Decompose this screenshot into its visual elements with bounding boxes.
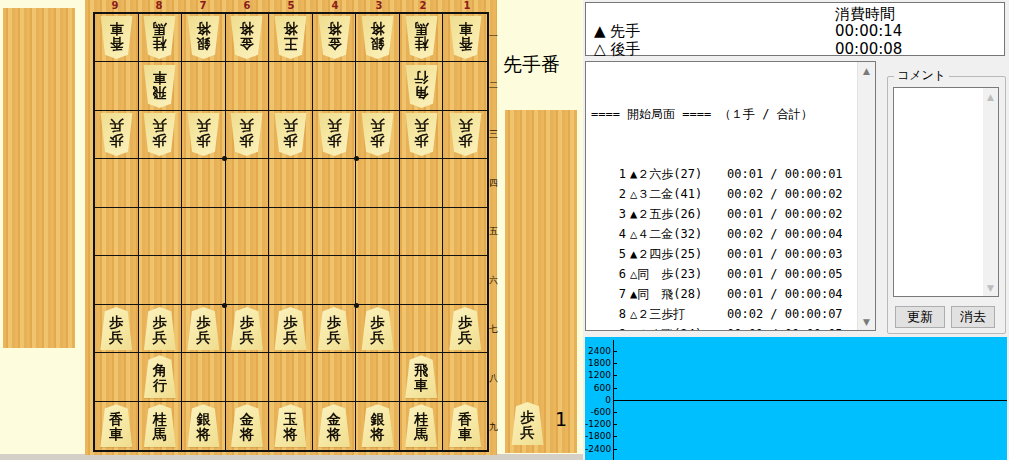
piece-sente-桂馬[interactable]: 桂馬	[141, 404, 178, 447]
comment-scrollbar[interactable]: ▲ ▼	[983, 88, 998, 296]
clear-button[interactable]: 消去	[951, 306, 995, 328]
piece-gote-歩兵[interactable]: 歩兵	[447, 113, 484, 156]
board-cell-5四[interactable]	[269, 159, 313, 207]
board-cell-7九[interactable]: 銀将	[182, 402, 226, 450]
gote-time-label: △ 後手	[594, 40, 640, 59]
piece-sente-歩兵[interactable]: 歩兵	[272, 307, 309, 350]
move-row-6[interactable]: 6△同 歩(23)00:01 / 00:00:05	[586, 264, 858, 284]
board-cell-6九[interactable]: 金将	[226, 402, 270, 450]
hoshi-dot	[354, 156, 359, 161]
piece-sente-歩兵[interactable]: 歩兵	[228, 307, 265, 350]
piece-gote-香車[interactable]: 香車	[447, 16, 484, 59]
board-cell-9四[interactable]	[95, 159, 139, 207]
board-cell-2八[interactable]: 飛車	[400, 353, 444, 401]
piece-sente-香車[interactable]: 香車	[98, 404, 135, 447]
piece-gote-金将[interactable]: 金将	[228, 16, 265, 59]
piece-sente-銀将[interactable]: 銀将	[359, 404, 396, 447]
board-cell-2九[interactable]: 桂馬	[400, 402, 444, 450]
piece-gote-桂馬[interactable]: 桂馬	[141, 16, 178, 59]
board-cell-2一[interactable]: 桂馬	[400, 14, 444, 62]
rank-label: 四	[489, 159, 498, 208]
graph-y-tick-label: -1200	[585, 419, 611, 429]
board-cell-8三[interactable]: 歩兵	[139, 111, 183, 159]
board-cell-5九[interactable]: 玉将	[269, 402, 313, 450]
board-cell-7八[interactable]	[182, 353, 226, 401]
graph-y-tick-label: 600	[585, 383, 611, 393]
board-cell-3八[interactable]	[356, 353, 400, 401]
move-row-3[interactable]: 3▲２五歩(26)00:01 / 00:00:02	[586, 204, 858, 224]
hoshi-dot	[222, 303, 227, 308]
board-cell-6七[interactable]: 歩兵	[226, 305, 270, 353]
scroll-up-icon[interactable]: ▲	[983, 88, 998, 105]
board-cell-3三[interactable]: 歩兵	[356, 111, 400, 159]
piece-sente-歩兵[interactable]: 歩兵	[316, 307, 353, 350]
piece-sente-歩兵[interactable]: 歩兵	[359, 307, 396, 350]
board-cell-4八[interactable]	[313, 353, 357, 401]
file-label: 2	[401, 0, 445, 12]
move-row-9[interactable]: 9▲２八飛(24)00:01 / 00:00:05	[586, 324, 858, 331]
gote-mark-icon: △	[594, 40, 606, 58]
graph-y-tick	[613, 400, 617, 401]
graph-y-tick-label: 1200	[585, 370, 611, 380]
shogi-app-window: 987654321 香車桂馬銀将金将王将金将銀将桂馬香車飛車角行歩兵歩兵歩兵歩兵…	[0, 0, 1009, 460]
board-cell-4二[interactable]	[313, 62, 357, 110]
file-label: 9	[93, 0, 137, 12]
board-cell-5二[interactable]	[269, 62, 313, 110]
board-cell-1七[interactable]: 歩兵	[443, 305, 487, 353]
board-cell-1五[interactable]	[443, 208, 487, 256]
piece-sente-香車[interactable]: 香車	[447, 404, 484, 447]
board-cell-6四[interactable]	[226, 159, 270, 207]
board-cell-3一[interactable]: 銀将	[356, 14, 400, 62]
board-cell-1九[interactable]: 香車	[443, 402, 487, 450]
hoshi-dot	[354, 303, 359, 308]
board-cell-1三[interactable]: 歩兵	[443, 111, 487, 159]
rank-label: 八	[489, 354, 498, 403]
comment-group-label: コメント	[894, 68, 949, 83]
shogi-board: 987654321 香車桂馬銀将金将王将金将銀将桂馬香車飛車角行歩兵歩兵歩兵歩兵…	[85, 0, 497, 455]
board-cell-1二[interactable]	[443, 62, 487, 110]
move-list-header: ==== 開始局面 ====（１手 / 合計）	[586, 104, 858, 124]
move-row-4[interactable]: 4△４二金(32)00:02 / 00:00:04	[586, 224, 858, 244]
board-cell-4六[interactable]	[313, 256, 357, 304]
board-cell-4五[interactable]	[313, 208, 357, 256]
board-cell-4三[interactable]: 歩兵	[313, 111, 357, 159]
file-labels: 987654321	[93, 0, 489, 12]
board-cell-9九[interactable]: 香車	[95, 402, 139, 450]
board-cell-9三[interactable]: 歩兵	[95, 111, 139, 159]
board-cell-1四[interactable]	[443, 159, 487, 207]
board-cell-3七[interactable]: 歩兵	[356, 305, 400, 353]
board-cell-3五[interactable]	[356, 208, 400, 256]
board-cell-8五[interactable]	[139, 208, 183, 256]
graph-y-tick	[613, 388, 617, 389]
board-cell-2五[interactable]	[400, 208, 444, 256]
graph-y-tick	[613, 351, 617, 352]
piece-gote-歩兵[interactable]: 歩兵	[403, 113, 440, 156]
rank-label: 一	[489, 12, 498, 61]
sente-mark-icon: ▲	[594, 22, 606, 40]
info-panel: 消費時間 ▲ 先手 00:00:14 △ 後手 00:00:08 ==== 開始…	[583, 0, 1009, 460]
board-cell-9七[interactable]: 歩兵	[95, 305, 139, 353]
rank-label: 七	[489, 305, 498, 354]
board-cell-8二[interactable]: 飛車	[139, 62, 183, 110]
move-list[interactable]: ==== 開始局面 ====（１手 / 合計） 1▲２六歩(27)00:01 /…	[585, 61, 876, 331]
turn-indicator: 先手番	[503, 52, 560, 78]
scroll-down-icon[interactable]: ▼	[858, 313, 875, 330]
sente-time-value: 00:00:14	[835, 22, 902, 40]
file-label: 8	[137, 0, 181, 12]
graph-y-tick	[613, 363, 617, 364]
board-cell-1一[interactable]: 香車	[443, 14, 487, 62]
board-cell-2七[interactable]	[400, 305, 444, 353]
board-cell-9八[interactable]	[95, 353, 139, 401]
file-label: 4	[313, 0, 357, 12]
board-cell-5三[interactable]: 歩兵	[269, 111, 313, 159]
graph-y-tick	[613, 449, 617, 450]
sente-time-label: ▲ 先手	[594, 22, 640, 41]
move-row-7[interactable]: 7▲同 飛(28)00:01 / 00:00:04	[586, 284, 858, 304]
hand-piece-count: 1	[555, 408, 567, 430]
board-cell-1六[interactable]	[443, 256, 487, 304]
rank-label: 二	[489, 61, 498, 110]
scroll-up-icon[interactable]: ▲	[858, 62, 875, 79]
piece-sente-歩兵[interactable]: 歩兵	[141, 307, 178, 350]
sente-captured-tray: 歩兵 1	[505, 110, 577, 453]
board-cell-7二[interactable]	[182, 62, 226, 110]
piece-sente-飛車[interactable]: 飛車	[403, 355, 440, 398]
board-cell-3四[interactable]	[356, 159, 400, 207]
piece-gote-角行[interactable]: 角行	[403, 65, 440, 108]
file-label: 5	[269, 0, 313, 12]
piece-gote-銀将[interactable]: 銀将	[185, 16, 222, 59]
board-cell-7三[interactable]: 歩兵	[182, 111, 226, 159]
board-cell-2二[interactable]: 角行	[400, 62, 444, 110]
piece-gote-金将[interactable]: 金将	[316, 16, 353, 59]
file-label: 6	[225, 0, 269, 12]
board-cell-6三[interactable]: 歩兵	[226, 111, 270, 159]
board-cell-6六[interactable]	[226, 256, 270, 304]
graph-y-tick	[613, 424, 617, 425]
piece-sente-玉将[interactable]: 玉将	[272, 404, 309, 447]
move-row-2[interactable]: 2△３二金(41)00:02 / 00:00:02	[586, 184, 858, 204]
rank-label: 五	[489, 208, 498, 257]
piece-gote-歩兵[interactable]: 歩兵	[272, 113, 309, 156]
board-cell-7七[interactable]: 歩兵	[182, 305, 226, 353]
board-cell-6一[interactable]: 金将	[226, 14, 270, 62]
board-cell-3六[interactable]	[356, 256, 400, 304]
piece-gote-歩兵[interactable]: 歩兵	[228, 113, 265, 156]
board-cell-2四[interactable]	[400, 159, 444, 207]
move-list-scrollbar[interactable]: ▲ ▼	[857, 62, 875, 330]
board-cell-4七[interactable]: 歩兵	[313, 305, 357, 353]
board-cell-6八[interactable]	[226, 353, 270, 401]
board-grid[interactable]: 香車桂馬銀将金将王将金将銀将桂馬香車飛車角行歩兵歩兵歩兵歩兵歩兵歩兵歩兵歩兵歩兵…	[93, 12, 489, 452]
graph-zero-line	[613, 400, 1007, 401]
file-label: 3	[357, 0, 401, 12]
board-cell-8七[interactable]: 歩兵	[139, 305, 183, 353]
piece-gote-歩兵[interactable]: 歩兵	[359, 113, 396, 156]
file-label: 1	[445, 0, 489, 12]
graph-y-tick-label: 0	[585, 395, 611, 405]
piece-sente-金将[interactable]: 金将	[228, 404, 265, 447]
hoshi-dot	[222, 156, 227, 161]
graph-y-tick-label: -2400	[585, 444, 611, 454]
gote-captured-tray	[3, 8, 75, 348]
board-cell-7一[interactable]: 銀将	[182, 14, 226, 62]
board-cell-5五[interactable]	[269, 208, 313, 256]
piece-gote-歩兵[interactable]: 歩兵	[316, 113, 353, 156]
piece-sente-歩兵[interactable]: 歩兵	[509, 402, 546, 445]
board-cell-5一[interactable]: 王将	[269, 14, 313, 62]
board-cell-8一[interactable]: 桂馬	[139, 14, 183, 62]
graph-y-tick-label: -600	[585, 407, 611, 417]
move-row-5[interactable]: 5▲２四歩(25)00:01 / 00:00:03	[586, 244, 858, 264]
rank-label: 三	[489, 110, 498, 159]
piece-sente-歩兵[interactable]: 歩兵	[447, 307, 484, 350]
board-cell-8四[interactable]	[139, 159, 183, 207]
board-cell-6五[interactable]	[226, 208, 270, 256]
move-list-content: ==== 開始局面 ====（１手 / 合計） 1▲２六歩(27)00:01 /…	[586, 64, 858, 331]
board-cell-5六[interactable]	[269, 256, 313, 304]
hand-piece-pawn[interactable]: 歩兵	[509, 402, 546, 445]
board-cell-6二[interactable]	[226, 62, 270, 110]
piece-sente-金将[interactable]: 金将	[316, 404, 353, 447]
comment-textarea[interactable]: ▲ ▼	[893, 87, 999, 297]
piece-gote-歩兵[interactable]: 歩兵	[98, 113, 135, 156]
update-button[interactable]: 更新	[895, 306, 945, 328]
piece-sente-角行[interactable]: 角行	[141, 355, 178, 398]
piece-sente-歩兵[interactable]: 歩兵	[185, 307, 222, 350]
board-cell-5八[interactable]	[269, 353, 313, 401]
board-cell-7六[interactable]	[182, 256, 226, 304]
board-cell-3二[interactable]	[356, 62, 400, 110]
rank-labels: 一二三四五六七八九	[489, 12, 497, 452]
board-cell-7四[interactable]	[182, 159, 226, 207]
board-cell-9一[interactable]: 香車	[95, 14, 139, 62]
board-cell-5七[interactable]: 歩兵	[269, 305, 313, 353]
board-cell-8八[interactable]: 角行	[139, 353, 183, 401]
graph-y-tick	[613, 375, 617, 376]
rank-label: 九	[489, 403, 498, 452]
piece-gote-歩兵[interactable]: 歩兵	[185, 113, 222, 156]
piece-gote-桂馬[interactable]: 桂馬	[403, 16, 440, 59]
gote-time-value: 00:00:08	[835, 40, 902, 58]
graph-y-tick-label: 2400	[585, 346, 611, 356]
scroll-down-icon[interactable]: ▼	[983, 279, 998, 296]
board-cell-2三[interactable]: 歩兵	[400, 111, 444, 159]
board-cell-4九[interactable]: 金将	[313, 402, 357, 450]
piece-gote-王将[interactable]: 王将	[272, 16, 309, 59]
board-cell-9二[interactable]	[95, 62, 139, 110]
board-cell-8六[interactable]	[139, 256, 183, 304]
piece-gote-飛車[interactable]: 飛車	[141, 65, 178, 108]
board-cell-4一[interactable]: 金将	[313, 14, 357, 62]
piece-sente-歩兵[interactable]: 歩兵	[98, 307, 135, 350]
board-cell-9六[interactable]	[95, 256, 139, 304]
time-panel: 消費時間 ▲ 先手 00:00:14 △ 後手 00:00:08	[585, 2, 1005, 56]
board-cell-9五[interactable]	[95, 208, 139, 256]
graph-y-tick-label: -1800	[585, 431, 611, 441]
move-row-1[interactable]: 1▲２六歩(27)00:01 / 00:00:01	[586, 164, 858, 184]
board-cell-3九[interactable]: 銀将	[356, 402, 400, 450]
piece-sente-桂馬[interactable]: 桂馬	[403, 404, 440, 447]
move-row-8[interactable]: 8△２三歩打00:02 / 00:00:07	[586, 304, 858, 324]
rank-label: 六	[489, 256, 498, 305]
piece-gote-歩兵[interactable]: 歩兵	[141, 113, 178, 156]
piece-gote-銀将[interactable]: 銀将	[359, 16, 396, 59]
board-cell-1八[interactable]	[443, 353, 487, 401]
graph-y-tick-label: 1800	[585, 358, 611, 368]
board-cell-4四[interactable]	[313, 159, 357, 207]
piece-gote-香車[interactable]: 香車	[98, 16, 135, 59]
graph-y-tick	[613, 412, 617, 413]
graph-y-tick	[613, 436, 617, 437]
board-cell-2六[interactable]	[400, 256, 444, 304]
file-label: 7	[181, 0, 225, 12]
piece-sente-銀将[interactable]: 銀将	[185, 404, 222, 447]
eval-graph: 2400180012006000-600-1200-1800-2400	[585, 337, 1007, 460]
board-cell-7五[interactable]	[182, 208, 226, 256]
board-cell-8九[interactable]: 桂馬	[139, 402, 183, 450]
